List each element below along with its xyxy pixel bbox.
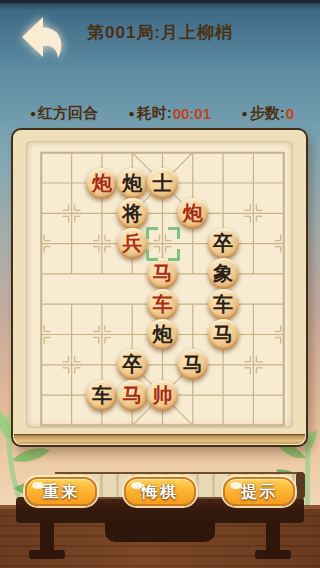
move-target-highlight[interactable]	[146, 227, 180, 261]
piece-black-cannon[interactable]: 炮	[147, 319, 178, 350]
piece-black-chariot[interactable]: 车	[208, 289, 239, 320]
scroll-roll-end	[296, 472, 305, 499]
piece-red-chariot[interactable]: 车	[147, 289, 178, 320]
time-bullet-icon: ●	[129, 108, 135, 119]
board-stand-apron	[105, 520, 215, 542]
time-value: 00:01	[173, 105, 211, 122]
time-label: 耗时:	[137, 104, 172, 123]
turn-indicator: ●红方回合	[30, 104, 98, 123]
piece-black-soldier[interactable]: 卒	[117, 349, 148, 380]
steps-label: 步数:	[250, 104, 285, 123]
stand-foot-right	[255, 550, 291, 559]
piece-layer: 炮炮士将炮兵卒马象车车炮马卒马车马帅	[13, 130, 306, 445]
piece-red-cannon[interactable]: 炮	[177, 198, 208, 229]
board-bottom-edge	[14, 434, 305, 444]
piece-black-general[interactable]: 将	[117, 198, 148, 229]
elapsed-time: ●耗时:00:01	[129, 104, 211, 123]
piece-red-horse[interactable]: 马	[147, 258, 178, 289]
piece-black-cannon[interactable]: 炮	[117, 168, 148, 199]
piece-black-elephant[interactable]: 象	[208, 258, 239, 289]
page-title: 第001局:月上柳梢	[0, 21, 320, 44]
undo-button[interactable]: 悔棋	[124, 477, 196, 506]
piece-red-cannon[interactable]: 炮	[86, 168, 117, 199]
top-dark-strip	[0, 0, 320, 3]
turn-bullet-icon: ●	[30, 108, 36, 119]
piece-black-horse[interactable]: 马	[177, 349, 208, 380]
step-counter: ●步数:0	[242, 104, 294, 123]
steps-bullet-icon: ●	[242, 108, 248, 119]
status-bar: ●红方回合 ●耗时:00:01 ●步数:0	[30, 104, 294, 123]
piece-black-advisor[interactable]: 士	[147, 168, 178, 199]
piece-red-horse[interactable]: 马	[117, 380, 148, 411]
piece-black-soldier[interactable]: 卒	[208, 228, 239, 259]
piece-black-horse[interactable]: 马	[208, 319, 239, 350]
turn-label: 红方回合	[38, 104, 98, 123]
app-screen: 第001局:月上柳梢 ●红方回合 ●耗时:00:01 ●步数:0 炮炮士将炮兵卒…	[0, 0, 320, 568]
piece-red-soldier[interactable]: 兵	[117, 228, 148, 259]
piece-black-chariot[interactable]: 车	[86, 380, 117, 411]
piece-red-general[interactable]: 帅	[147, 380, 178, 411]
steps-value: 0	[286, 105, 294, 122]
xiangqi-board[interactable]: 炮炮士将炮兵卒马象车车炮马卒马车马帅	[11, 128, 308, 447]
hint-button[interactable]: 提示	[223, 477, 295, 506]
stand-foot-left	[29, 550, 65, 559]
restart-button[interactable]: 重来	[25, 477, 97, 506]
